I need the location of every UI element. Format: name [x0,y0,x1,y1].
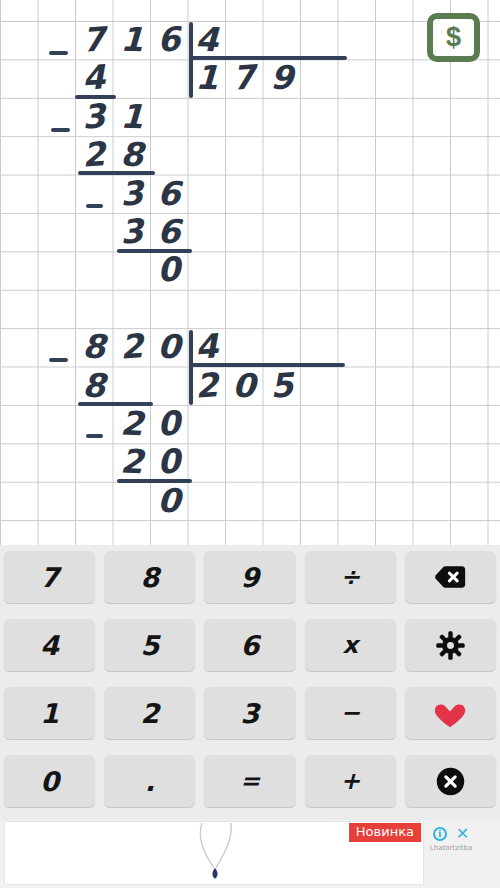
key-9[interactable]: 9 [204,551,295,603]
worksheet-digit: 0 [224,366,263,406]
worksheet-digit: 6 [149,212,188,252]
key-7[interactable]: 7 [4,551,95,603]
worksheet-digit: 5 [261,365,301,406]
key-4[interactable]: 4 [4,619,95,671]
worksheet-digit: 4 [74,58,114,99]
minus-sign-3 [86,204,103,208]
worksheet-digit: 2 [112,443,151,483]
worksheet-grid: 716441793128363608204820520200 [0,21,488,520]
worksheet-digit: 0 [149,481,188,521]
minus-sign-1 [49,51,68,55]
key-6[interactable]: 6 [204,619,295,671]
worksheet-digit: 0 [149,327,188,367]
ad-info-icon[interactable]: i [433,827,447,841]
key-.[interactable]: . [104,755,195,807]
app-screen: 716441793128363608204820520200 $ 789÷456… [0,0,500,888]
ad-close-icon[interactable]: ✕ [456,827,469,841]
worksheet-digit: 1 [112,20,151,60]
keypad: 789÷456x123−0.=+ [0,545,500,820]
gear-icon [435,630,466,661]
key-2[interactable]: 2 [104,687,195,739]
ad-controls: i ✕ Lhatortzitba [408,827,494,852]
key-1[interactable]: 1 [4,687,95,739]
key-gear[interactable] [405,619,496,671]
worksheet-digit: 2 [74,135,114,176]
worksheet-digit: 6 [149,174,188,214]
key-x[interactable]: x [305,619,396,671]
worksheet-digit: 1 [112,97,151,137]
heart-icon [433,697,467,729]
dollar-icon: $ [446,24,461,51]
division-worksheet: 716441793128363608204820520200 $ [0,0,500,545]
worksheet-digit: 8 [74,366,113,406]
division-bar-horizontal-2 [189,363,345,367]
key-backspace[interactable] [405,551,496,603]
minus-sign-5 [86,434,103,438]
division-bar-vertical-2 [189,330,193,405]
worksheet-digit: 8 [112,136,151,176]
backspace-icon [432,559,468,595]
underline-2 [78,171,155,175]
key-−[interactable]: − [305,687,396,739]
ad-banner: Новинка i ✕ Lhatortzitba [0,820,500,888]
money-button[interactable]: $ [427,13,480,62]
key-3[interactable]: 3 [204,687,295,739]
key-5[interactable]: 5 [104,619,195,671]
worksheet-digit: 2 [111,327,151,368]
worksheet-digit: 9 [262,59,301,99]
close-circle-icon [435,766,466,797]
division-bar-vertical-1 [189,22,193,98]
worksheet-digit: 3 [74,97,114,138]
worksheet-digit: 3 [111,173,151,214]
worksheet-digit: 7 [74,20,114,61]
worksheet-digit: 3 [111,212,151,253]
ad-advertiser-label: Lhatortzitba [408,844,494,852]
worksheet-digit: 0 [149,404,189,445]
underline-1 [75,95,116,99]
worksheet-digit: 0 [149,250,189,291]
underline-5 [117,479,192,483]
underline-4 [78,402,153,406]
underline-3 [117,249,192,253]
worksheet-digit: 2 [112,404,151,444]
ad-image-card[interactable]: Новинка [5,822,423,884]
key-=[interactable]: = [204,755,295,807]
key-heart[interactable] [405,687,496,739]
worksheet-digit: 8 [74,327,113,367]
minus-sign-4 [49,358,68,362]
key-÷[interactable]: ÷ [305,551,396,603]
worksheet-digit: 7 [224,58,264,99]
key-close[interactable] [405,755,496,807]
minus-sign-2 [51,128,70,132]
key-8[interactable]: 8 [104,551,195,603]
worksheet-digit: 6 [149,20,189,61]
necklace-image [181,823,249,883]
key-0[interactable]: 0 [4,755,95,807]
key-+[interactable]: + [305,755,396,807]
division-bar-horizontal-1 [189,56,347,60]
worksheet-digit: 0 [149,442,189,483]
